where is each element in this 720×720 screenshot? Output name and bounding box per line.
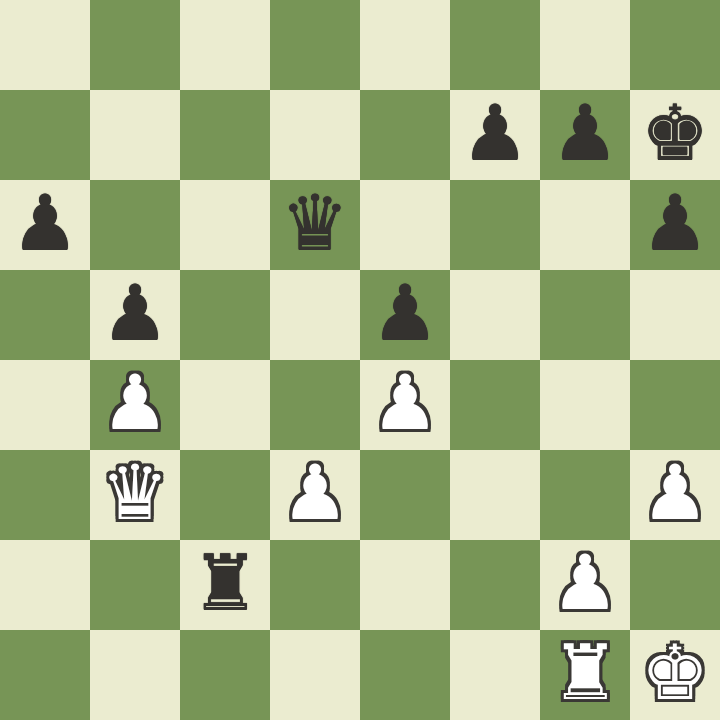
square-h2[interactable] bbox=[630, 540, 720, 630]
square-a8[interactable] bbox=[0, 0, 90, 90]
square-h8[interactable] bbox=[630, 0, 720, 90]
square-d1[interactable] bbox=[270, 630, 360, 720]
black-pawn-icon: ♟ bbox=[551, 88, 619, 178]
square-c5[interactable] bbox=[180, 270, 270, 360]
square-e8[interactable] bbox=[360, 0, 450, 90]
white-pawn-icon: ♟ bbox=[281, 448, 349, 538]
black-pawn-icon: ♟ bbox=[11, 178, 79, 268]
square-c1[interactable] bbox=[180, 630, 270, 720]
square-g8[interactable] bbox=[540, 0, 630, 90]
black-pawn-icon: ♟ bbox=[371, 268, 439, 358]
square-d3[interactable]: ♟ bbox=[270, 450, 360, 540]
square-g3[interactable] bbox=[540, 450, 630, 540]
square-b7[interactable] bbox=[90, 90, 180, 180]
square-a2[interactable] bbox=[0, 540, 90, 630]
square-b6[interactable] bbox=[90, 180, 180, 270]
square-d4[interactable] bbox=[270, 360, 360, 450]
square-d2[interactable] bbox=[270, 540, 360, 630]
square-f2[interactable] bbox=[450, 540, 540, 630]
square-g7[interactable]: ♟ bbox=[540, 90, 630, 180]
square-f6[interactable] bbox=[450, 180, 540, 270]
square-d7[interactable] bbox=[270, 90, 360, 180]
square-e5[interactable]: ♟ bbox=[360, 270, 450, 360]
white-queen-icon: ♛ bbox=[101, 448, 169, 538]
square-f5[interactable] bbox=[450, 270, 540, 360]
square-f4[interactable] bbox=[450, 360, 540, 450]
square-h1[interactable]: ♚ bbox=[630, 630, 720, 720]
white-king-icon: ♚ bbox=[641, 628, 709, 718]
square-a4[interactable] bbox=[0, 360, 90, 450]
square-g4[interactable] bbox=[540, 360, 630, 450]
square-b1[interactable] bbox=[90, 630, 180, 720]
square-e2[interactable] bbox=[360, 540, 450, 630]
white-pawn-icon: ♟ bbox=[371, 358, 439, 448]
black-king-icon: ♚ bbox=[641, 88, 709, 178]
square-c7[interactable] bbox=[180, 90, 270, 180]
black-pawn-icon: ♟ bbox=[101, 268, 169, 358]
square-a3[interactable] bbox=[0, 450, 90, 540]
square-h6[interactable]: ♟ bbox=[630, 180, 720, 270]
square-e1[interactable] bbox=[360, 630, 450, 720]
square-e7[interactable] bbox=[360, 90, 450, 180]
white-pawn-icon: ♟ bbox=[551, 538, 619, 628]
square-a7[interactable] bbox=[0, 90, 90, 180]
square-d8[interactable] bbox=[270, 0, 360, 90]
square-f1[interactable] bbox=[450, 630, 540, 720]
square-b4[interactable]: ♟ bbox=[90, 360, 180, 450]
square-h3[interactable]: ♟ bbox=[630, 450, 720, 540]
white-pawn-icon: ♟ bbox=[641, 448, 709, 538]
square-a6[interactable]: ♟ bbox=[0, 180, 90, 270]
square-c2[interactable]: ♜ bbox=[180, 540, 270, 630]
square-d5[interactable] bbox=[270, 270, 360, 360]
square-f3[interactable] bbox=[450, 450, 540, 540]
square-a5[interactable] bbox=[0, 270, 90, 360]
square-h4[interactable] bbox=[630, 360, 720, 450]
square-a1[interactable] bbox=[0, 630, 90, 720]
black-pawn-icon: ♟ bbox=[641, 178, 709, 268]
white-rook-icon: ♜ bbox=[551, 628, 619, 718]
white-pawn-icon: ♟ bbox=[101, 358, 169, 448]
black-queen-icon: ♛ bbox=[281, 178, 349, 268]
chess-board: ♟♟♚♟♛♟♟♟♟♟♛♟♟♜♟♜♚ bbox=[0, 0, 720, 720]
square-b5[interactable]: ♟ bbox=[90, 270, 180, 360]
square-g1[interactable]: ♜ bbox=[540, 630, 630, 720]
square-c8[interactable] bbox=[180, 0, 270, 90]
square-b3[interactable]: ♛ bbox=[90, 450, 180, 540]
square-d6[interactable]: ♛ bbox=[270, 180, 360, 270]
square-f8[interactable] bbox=[450, 0, 540, 90]
square-b8[interactable] bbox=[90, 0, 180, 90]
square-f7[interactable]: ♟ bbox=[450, 90, 540, 180]
square-h7[interactable]: ♚ bbox=[630, 90, 720, 180]
square-e3[interactable] bbox=[360, 450, 450, 540]
square-e6[interactable] bbox=[360, 180, 450, 270]
square-c4[interactable] bbox=[180, 360, 270, 450]
square-g5[interactable] bbox=[540, 270, 630, 360]
black-rook-icon: ♜ bbox=[191, 538, 259, 628]
square-c3[interactable] bbox=[180, 450, 270, 540]
square-e4[interactable]: ♟ bbox=[360, 360, 450, 450]
black-pawn-icon: ♟ bbox=[461, 88, 529, 178]
square-g6[interactable] bbox=[540, 180, 630, 270]
square-b2[interactable] bbox=[90, 540, 180, 630]
square-c6[interactable] bbox=[180, 180, 270, 270]
square-g2[interactable]: ♟ bbox=[540, 540, 630, 630]
square-h5[interactable] bbox=[630, 270, 720, 360]
